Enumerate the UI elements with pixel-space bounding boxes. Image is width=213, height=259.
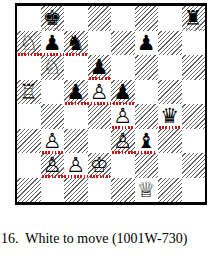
square-a8 [17, 6, 41, 31]
square-c2: ♙ [64, 153, 88, 178]
square-c1 [64, 178, 88, 203]
square-a4 [17, 104, 41, 129]
square-c8 [64, 6, 88, 31]
white-rook-icon: ♖ [17, 80, 41, 105]
square-h1 [182, 178, 206, 203]
white-queen-icon: ♕ [135, 178, 159, 203]
black-pawn-icon: ♟ [135, 31, 159, 56]
square-f1: ♕ [135, 178, 159, 203]
spellcheck-underline [159, 126, 181, 129]
square-d2: ♔ [88, 153, 112, 178]
white-knight-icon: ♘ [41, 55, 65, 80]
square-c7: ♞ [64, 31, 88, 56]
square-h6 [182, 55, 206, 80]
square-f8 [135, 6, 159, 31]
chess-board: ♚♜♘♟♞♟♘♟♖♟♙♟♙♛♙♙♝♙♙♔♕ [15, 3, 207, 205]
square-f3: ♝ [135, 129, 159, 154]
spellcheck-underline [18, 53, 87, 56]
square-g2 [158, 153, 182, 178]
square-g7 [158, 31, 182, 56]
spellcheck-underline [112, 126, 134, 129]
square-b7: ♟ [41, 31, 65, 56]
square-e1 [111, 178, 135, 203]
square-f6 [135, 55, 159, 80]
square-b8: ♚ [41, 6, 65, 31]
square-g3 [158, 129, 182, 154]
black-pawn-icon: ♟ [41, 31, 65, 56]
square-a7: ♘ [17, 31, 41, 56]
square-a1 [17, 178, 41, 203]
square-h7 [182, 31, 206, 56]
square-h8: ♜ [182, 6, 206, 31]
square-a6 [17, 55, 41, 80]
spellcheck-underline [42, 28, 64, 30]
spellcheck-underline [183, 28, 205, 30]
square-h5 [182, 80, 206, 105]
square-h4 [182, 104, 206, 129]
white-pawn-icon: ♙ [88, 80, 112, 105]
square-b3: ♙ [41, 129, 65, 154]
black-knight-icon: ♞ [64, 31, 88, 56]
white-pawn-icon: ♙ [64, 153, 88, 178]
white-pawn-icon: ♙ [41, 129, 65, 154]
square-d8 [88, 6, 112, 31]
square-b1 [41, 178, 65, 203]
spellcheck-underline [112, 151, 157, 154]
black-king-icon: ♚ [41, 6, 65, 31]
square-d3 [88, 129, 112, 154]
square-e5: ♟ [111, 80, 135, 105]
square-d6: ♟ [88, 55, 112, 80]
square-f2 [135, 153, 159, 178]
white-knight-icon: ♘ [17, 31, 41, 56]
black-rook-icon: ♜ [182, 6, 206, 31]
square-b2: ♙ [41, 153, 65, 178]
square-e7 [111, 31, 135, 56]
square-d4 [88, 104, 112, 129]
square-f4 [135, 104, 159, 129]
square-e3: ♙ [111, 129, 135, 154]
black-pawn-icon: ♟ [111, 80, 135, 105]
square-e8 [111, 6, 135, 31]
white-pawn-icon: ♙ [111, 104, 135, 129]
square-g6 [158, 55, 182, 80]
square-b4 [41, 104, 65, 129]
black-pawn-icon: ♟ [64, 80, 88, 105]
square-b6: ♘ [41, 55, 65, 80]
square-c6 [64, 55, 88, 80]
black-bishop-icon: ♝ [135, 129, 159, 154]
square-g5 [158, 80, 182, 105]
square-c5: ♟ [64, 80, 88, 105]
square-d7 [88, 31, 112, 56]
square-g4: ♛ [158, 104, 182, 129]
black-pawn-icon: ♟ [88, 55, 112, 80]
square-g1 [158, 178, 182, 203]
square-c4 [64, 104, 88, 129]
square-a5: ♖ [17, 80, 41, 105]
square-d1 [88, 178, 112, 203]
spellcheck-underline [42, 175, 111, 178]
page: ♚♜♘♟♞♟♘♟♖♟♙♟♙♛♙♙♝♙♙♔♕ 16. White to move … [0, 0, 213, 259]
white-pawn-icon: ♙ [41, 153, 65, 178]
spellcheck-underline [42, 151, 64, 154]
square-h2 [182, 153, 206, 178]
square-h3 [182, 129, 206, 154]
square-d5: ♙ [88, 80, 112, 105]
spellcheck-underline [89, 77, 111, 80]
square-e6 [111, 55, 135, 80]
square-a2 [17, 153, 41, 178]
square-f5 [135, 80, 159, 105]
white-king-icon: ♔ [88, 153, 112, 178]
white-pawn-icon: ♙ [111, 129, 135, 154]
square-e4: ♙ [111, 104, 135, 129]
square-g8 [158, 6, 182, 31]
square-a3 [17, 129, 41, 154]
black-queen-icon: ♛ [158, 104, 182, 129]
spellcheck-underline [65, 102, 134, 105]
square-e2 [111, 153, 135, 178]
diagram-caption: 16. White to move (1001W-730) [1, 231, 213, 247]
square-c3 [64, 129, 88, 154]
square-b5 [41, 80, 65, 105]
square-f7: ♟ [135, 31, 159, 56]
